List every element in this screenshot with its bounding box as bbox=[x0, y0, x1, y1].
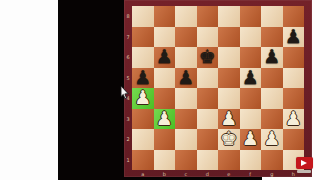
square-b3[interactable]: ♟ bbox=[154, 109, 176, 130]
piece-black-pawn[interactable]: ♟ bbox=[154, 46, 176, 66]
square-c7[interactable] bbox=[175, 27, 197, 48]
square-b8[interactable] bbox=[154, 6, 176, 27]
mouse-cursor-icon bbox=[120, 85, 130, 99]
square-g4[interactable] bbox=[261, 88, 283, 109]
piece-white-pawn[interactable]: ♟ bbox=[240, 128, 262, 148]
rank-label-2: 2 bbox=[124, 129, 132, 150]
logo-play-mark-icon bbox=[301, 160, 307, 166]
square-h6[interactable] bbox=[283, 47, 305, 68]
watermark-logo bbox=[293, 157, 315, 176]
square-h2[interactable] bbox=[283, 129, 305, 150]
square-b2[interactable] bbox=[154, 129, 176, 150]
piece-black-pawn[interactable]: ♟ bbox=[240, 67, 262, 87]
square-a4[interactable]: ♟ bbox=[132, 88, 154, 109]
file-label-e: e bbox=[218, 170, 240, 177]
square-c5[interactable]: ♟ bbox=[175, 68, 197, 89]
square-e7[interactable] bbox=[218, 27, 240, 48]
piece-white-king[interactable]: ♚ bbox=[218, 128, 240, 148]
left-letterbox-bar bbox=[0, 0, 58, 180]
square-g1[interactable] bbox=[261, 150, 283, 171]
square-c6[interactable] bbox=[175, 47, 197, 68]
square-f3[interactable] bbox=[240, 109, 262, 130]
rank-label-7: 7 bbox=[124, 27, 132, 48]
square-g3[interactable] bbox=[261, 109, 283, 130]
square-d8[interactable] bbox=[197, 6, 219, 27]
logo-caption-smudge bbox=[297, 170, 311, 173]
square-c1[interactable] bbox=[175, 150, 197, 171]
square-b7[interactable] bbox=[154, 27, 176, 48]
square-h4[interactable] bbox=[283, 88, 305, 109]
square-c8[interactable] bbox=[175, 6, 197, 27]
square-a6[interactable] bbox=[132, 47, 154, 68]
piece-black-pawn[interactable]: ♟ bbox=[132, 67, 154, 87]
square-g5[interactable] bbox=[261, 68, 283, 89]
square-f7[interactable] bbox=[240, 27, 262, 48]
square-h5[interactable] bbox=[283, 68, 305, 89]
square-c3[interactable] bbox=[175, 109, 197, 130]
square-e2[interactable]: ♚ bbox=[218, 129, 240, 150]
square-d1[interactable] bbox=[197, 150, 219, 171]
rank-label-3: 3 bbox=[124, 109, 132, 130]
square-f6[interactable] bbox=[240, 47, 262, 68]
chess-board: ♟♟♚♟♟♟♟♟♟♟♟♚♟♟ bbox=[132, 6, 304, 170]
square-a8[interactable] bbox=[132, 6, 154, 27]
logo-icon bbox=[296, 157, 313, 169]
file-label-a: a bbox=[132, 170, 154, 177]
square-a3[interactable] bbox=[132, 109, 154, 130]
square-h8[interactable] bbox=[283, 6, 305, 27]
square-g7[interactable] bbox=[261, 27, 283, 48]
piece-white-pawn[interactable]: ♟ bbox=[132, 87, 154, 107]
square-a7[interactable] bbox=[132, 27, 154, 48]
square-e3[interactable]: ♟ bbox=[218, 109, 240, 130]
chess-app-screenshot: ♟♟♚♟♟♟♟♟♟♟♟♚♟♟ 87654321abcdefgh bbox=[0, 0, 320, 180]
square-g8[interactable] bbox=[261, 6, 283, 27]
piece-white-pawn[interactable]: ♟ bbox=[283, 108, 305, 128]
square-d6[interactable]: ♚ bbox=[197, 47, 219, 68]
piece-white-pawn[interactable]: ♟ bbox=[218, 108, 240, 128]
square-e6[interactable] bbox=[218, 47, 240, 68]
piece-black-pawn[interactable]: ♟ bbox=[261, 46, 283, 66]
square-e5[interactable] bbox=[218, 68, 240, 89]
file-label-b: b bbox=[154, 170, 176, 177]
square-e8[interactable] bbox=[218, 6, 240, 27]
board-frame: ♟♟♚♟♟♟♟♟♟♟♟♚♟♟ 87654321abcdefgh bbox=[124, 0, 312, 177]
file-label-d: d bbox=[197, 170, 219, 177]
file-label-c: c bbox=[175, 170, 197, 177]
piece-black-king[interactable]: ♚ bbox=[197, 46, 219, 66]
square-b6[interactable]: ♟ bbox=[154, 47, 176, 68]
square-f8[interactable] bbox=[240, 6, 262, 27]
rank-label-1: 1 bbox=[124, 150, 132, 171]
square-h7[interactable]: ♟ bbox=[283, 27, 305, 48]
file-label-f: f bbox=[240, 170, 262, 177]
square-a1[interactable] bbox=[132, 150, 154, 171]
square-d4[interactable] bbox=[197, 88, 219, 109]
piece-black-pawn[interactable]: ♟ bbox=[175, 67, 197, 87]
square-g2[interactable]: ♟ bbox=[261, 129, 283, 150]
square-f5[interactable]: ♟ bbox=[240, 68, 262, 89]
square-c2[interactable] bbox=[175, 129, 197, 150]
square-g6[interactable]: ♟ bbox=[261, 47, 283, 68]
square-b4[interactable] bbox=[154, 88, 176, 109]
square-c4[interactable] bbox=[175, 88, 197, 109]
piece-white-pawn[interactable]: ♟ bbox=[261, 128, 283, 148]
board-background: ♟♟♚♟♟♟♟♟♟♟♟♚♟♟ 87654321abcdefgh bbox=[58, 0, 262, 180]
rank-label-6: 6 bbox=[124, 47, 132, 68]
square-h3[interactable]: ♟ bbox=[283, 109, 305, 130]
square-a2[interactable] bbox=[132, 129, 154, 150]
file-label-g: g bbox=[261, 170, 283, 177]
square-e4[interactable] bbox=[218, 88, 240, 109]
square-b5[interactable] bbox=[154, 68, 176, 89]
square-d7[interactable] bbox=[197, 27, 219, 48]
square-d5[interactable] bbox=[197, 68, 219, 89]
piece-white-pawn[interactable]: ♟ bbox=[154, 108, 176, 128]
square-f1[interactable] bbox=[240, 150, 262, 171]
square-f2[interactable]: ♟ bbox=[240, 129, 262, 150]
square-e1[interactable] bbox=[218, 150, 240, 171]
square-a5[interactable]: ♟ bbox=[132, 68, 154, 89]
square-b1[interactable] bbox=[154, 150, 176, 171]
piece-black-pawn[interactable]: ♟ bbox=[283, 26, 305, 46]
rank-label-8: 8 bbox=[124, 6, 132, 27]
square-f4[interactable] bbox=[240, 88, 262, 109]
square-d3[interactable] bbox=[197, 109, 219, 130]
square-d2[interactable] bbox=[197, 129, 219, 150]
